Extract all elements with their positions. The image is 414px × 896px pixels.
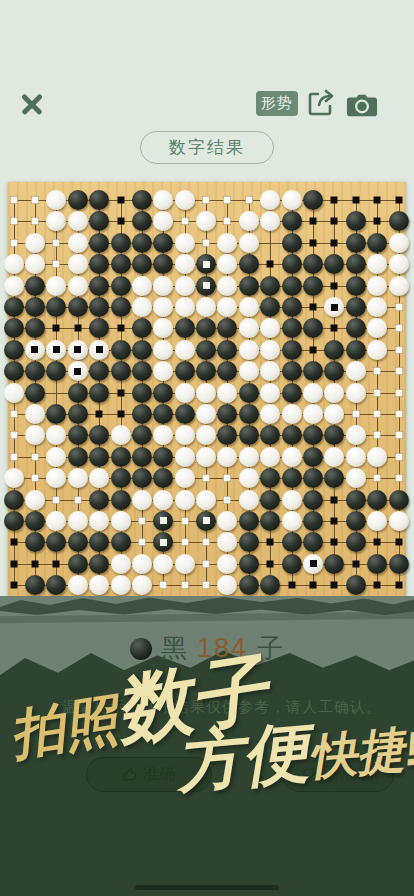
- white-stone: [260, 361, 280, 381]
- black-stone: [4, 511, 24, 531]
- white-stone: [217, 383, 237, 403]
- black-territory-marker: [10, 582, 17, 589]
- black-stone: [239, 425, 259, 445]
- black-stone: [111, 254, 131, 274]
- black-stone: [324, 554, 344, 574]
- white-stone: [89, 340, 109, 360]
- black-stone: [111, 468, 131, 488]
- white-territory-marker: [224, 475, 231, 482]
- black-stone: [324, 361, 344, 381]
- white-stone: [260, 190, 280, 210]
- white-territory-marker: [10, 239, 17, 246]
- black-stone: [132, 383, 152, 403]
- white-stone: [46, 468, 66, 488]
- black-stone: [282, 468, 302, 488]
- white-territory-marker: [395, 346, 402, 353]
- white-territory-marker: [31, 197, 38, 204]
- black-stone: [389, 554, 409, 574]
- white-territory-marker: [395, 368, 402, 375]
- black-stone: [68, 383, 88, 403]
- black-stone: [132, 318, 152, 338]
- black-stone: [111, 297, 131, 317]
- white-stone: [217, 511, 237, 531]
- white-stone: [346, 425, 366, 445]
- white-territory-marker: [224, 197, 231, 204]
- white-territory-marker: [395, 304, 402, 311]
- black-stone: [239, 532, 259, 552]
- white-stone: [346, 447, 366, 467]
- black-territory-marker: [96, 410, 103, 417]
- black-stone: [132, 211, 152, 231]
- black-stone: [68, 190, 88, 210]
- white-territory-marker: [31, 475, 38, 482]
- white-territory-marker: [203, 197, 210, 204]
- white-stone: [196, 211, 216, 231]
- white-stone: [239, 318, 259, 338]
- white-stone: [25, 254, 45, 274]
- black-territory-marker: [331, 239, 338, 246]
- white-territory-marker: [395, 475, 402, 482]
- black-stone: [153, 511, 173, 531]
- white-territory-marker: [31, 218, 38, 225]
- black-stone: [4, 490, 24, 510]
- white-stone: [239, 340, 259, 360]
- white-territory-marker: [374, 410, 381, 417]
- black-stone: [153, 447, 173, 467]
- white-stone: [153, 490, 173, 510]
- black-stone: [282, 211, 302, 231]
- white-stone: [346, 361, 366, 381]
- black-stone: [153, 468, 173, 488]
- black-stone: [239, 254, 259, 274]
- white-stone: [153, 554, 173, 574]
- black-territory-marker: [310, 346, 317, 353]
- white-stone: [175, 190, 195, 210]
- black-territory-marker: [117, 389, 124, 396]
- dead-stone-marker: [203, 261, 210, 268]
- white-stone: [217, 233, 237, 253]
- black-stone: [282, 554, 302, 574]
- camera-icon[interactable]: [346, 90, 378, 120]
- black-stone: [282, 233, 302, 253]
- situation-button[interactable]: 形势: [256, 91, 298, 116]
- white-stone: [25, 425, 45, 445]
- white-stone: [153, 318, 173, 338]
- black-stone: [367, 554, 387, 574]
- dead-stone-marker: [160, 539, 167, 546]
- black-territory-marker: [267, 560, 274, 567]
- black-stone: [132, 361, 152, 381]
- white-territory-marker: [138, 517, 145, 524]
- black-stone: [282, 532, 302, 552]
- white-territory-marker: [160, 582, 167, 589]
- white-territory-marker: [10, 432, 17, 439]
- black-territory-marker: [310, 239, 317, 246]
- white-territory-marker: [374, 475, 381, 482]
- white-stone: [389, 254, 409, 274]
- white-stone: [217, 575, 237, 595]
- black-stone: [196, 318, 216, 338]
- black-stone: [175, 404, 195, 424]
- white-stone: [175, 490, 195, 510]
- black-territory-marker: [117, 218, 124, 225]
- black-stone: [260, 425, 280, 445]
- white-stone: [324, 297, 344, 317]
- black-stone: [4, 340, 24, 360]
- black-stone: [346, 490, 366, 510]
- white-stone: [68, 575, 88, 595]
- white-stone: [239, 468, 259, 488]
- black-stone: [260, 276, 280, 296]
- white-stone: [239, 361, 259, 381]
- white-stone: [68, 211, 88, 231]
- white-stone: [175, 233, 195, 253]
- black-territory-marker: [331, 325, 338, 332]
- promo-text-fangbian: 方便: [173, 714, 311, 799]
- white-territory-marker: [374, 368, 381, 375]
- black-stone: [303, 276, 323, 296]
- screen: 形势 数字结果 黑 184 子 温馨提示：数子结果仅供参考，请人工确认。 拍照数…: [0, 0, 414, 896]
- black-stone: [196, 340, 216, 360]
- white-stone: [324, 447, 344, 467]
- white-stone: [260, 447, 280, 467]
- black-stone: [111, 447, 131, 467]
- white-stone: [303, 404, 323, 424]
- black-stone: [389, 211, 409, 231]
- white-stone: [175, 276, 195, 296]
- white-stone: [4, 468, 24, 488]
- close-icon[interactable]: [20, 92, 44, 116]
- black-stone: [25, 532, 45, 552]
- white-stone: [260, 383, 280, 403]
- white-stone: [282, 511, 302, 531]
- white-territory-marker: [181, 539, 188, 546]
- black-territory-marker: [331, 517, 338, 524]
- white-stone: [217, 254, 237, 274]
- black-stone: [346, 211, 366, 231]
- black-stone: [260, 575, 280, 595]
- black-stone: [25, 318, 45, 338]
- white-stone: [132, 575, 152, 595]
- black-territory-marker: [117, 325, 124, 332]
- black-stone: [217, 318, 237, 338]
- black-territory-marker: [31, 560, 38, 567]
- black-stone: [324, 425, 344, 445]
- black-stone: [111, 532, 131, 552]
- black-stone: [89, 383, 109, 403]
- black-stone: [239, 404, 259, 424]
- black-stone: [196, 276, 216, 296]
- white-stone: [89, 468, 109, 488]
- white-stone: [196, 447, 216, 467]
- black-stone: [111, 233, 131, 253]
- dead-stone-marker: [74, 346, 81, 353]
- black-stone: [346, 340, 366, 360]
- white-stone: [217, 276, 237, 296]
- white-stone: [4, 254, 24, 274]
- white-territory-marker: [74, 496, 81, 503]
- black-stone: [282, 383, 302, 403]
- black-stone: [25, 297, 45, 317]
- white-stone: [68, 233, 88, 253]
- black-territory-marker: [267, 261, 274, 268]
- black-stone: [346, 532, 366, 552]
- white-stone: [367, 297, 387, 317]
- white-stone: [260, 404, 280, 424]
- white-stone: [282, 404, 302, 424]
- black-territory-marker: [331, 496, 338, 503]
- white-stone: [132, 554, 152, 574]
- white-stone: [68, 511, 88, 531]
- black-stone: [25, 383, 45, 403]
- black-territory-marker: [267, 539, 274, 546]
- white-stone: [25, 404, 45, 424]
- black-stone: [239, 554, 259, 574]
- white-stone: [175, 254, 195, 274]
- white-territory-marker: [245, 197, 252, 204]
- dead-stone-marker: [31, 346, 38, 353]
- black-territory-marker: [117, 197, 124, 204]
- white-territory-marker: [10, 218, 17, 225]
- white-stone: [367, 254, 387, 274]
- black-stone: [346, 575, 366, 595]
- black-stone: [132, 190, 152, 210]
- white-territory-marker: [203, 239, 210, 246]
- white-stone: [175, 340, 195, 360]
- white-stone: [260, 211, 280, 231]
- white-stone: [367, 276, 387, 296]
- black-stone: [303, 511, 323, 531]
- black-stone: [46, 297, 66, 317]
- black-stone: [132, 404, 152, 424]
- white-territory-marker: [374, 389, 381, 396]
- black-stone: [25, 361, 45, 381]
- black-territory-marker: [10, 560, 17, 567]
- black-stone: [324, 254, 344, 274]
- white-stone: [346, 383, 366, 403]
- black-stone: [132, 425, 152, 445]
- white-stone: [46, 511, 66, 531]
- black-stone: [282, 297, 302, 317]
- white-stone: [196, 490, 216, 510]
- white-stone: [153, 340, 173, 360]
- white-stone: [239, 233, 259, 253]
- white-stone: [303, 554, 323, 574]
- black-territory-marker: [374, 218, 381, 225]
- black-territory-marker: [395, 582, 402, 589]
- black-stone: [25, 511, 45, 531]
- black-territory-marker: [331, 282, 338, 289]
- dead-stone-marker: [203, 517, 210, 524]
- white-stone: [153, 211, 173, 231]
- black-stone: [132, 233, 152, 253]
- black-territory-marker: [288, 582, 295, 589]
- white-stone: [68, 340, 88, 360]
- dead-stone-marker: [203, 282, 210, 289]
- black-stone: [260, 490, 280, 510]
- white-stone: [389, 511, 409, 531]
- black-stone: [367, 490, 387, 510]
- black-stone: [217, 340, 237, 360]
- black-territory-marker: [331, 218, 338, 225]
- black-stone: [153, 383, 173, 403]
- dead-stone-marker: [310, 560, 317, 567]
- white-stone: [25, 233, 45, 253]
- black-stone: [303, 254, 323, 274]
- white-stone: [175, 554, 195, 574]
- promo-text-kuaijie: 快捷!: [306, 721, 414, 784]
- white-territory-marker: [10, 197, 17, 204]
- white-stone: [367, 318, 387, 338]
- black-territory-marker: [331, 582, 338, 589]
- dead-stone-marker: [96, 346, 103, 353]
- white-stone: [175, 425, 195, 445]
- black-stone: [132, 468, 152, 488]
- black-stone: [4, 297, 24, 317]
- black-stone: [239, 276, 259, 296]
- white-stone: [132, 297, 152, 317]
- white-stone: [46, 211, 66, 231]
- white-stone: [132, 490, 152, 510]
- white-territory-marker: [203, 475, 210, 482]
- share-icon[interactable]: [306, 88, 338, 118]
- white-stone: [89, 511, 109, 531]
- black-stone: [346, 276, 366, 296]
- black-territory-marker: [310, 304, 317, 311]
- white-stone: [282, 190, 302, 210]
- white-territory-marker: [138, 539, 145, 546]
- black-stone: [389, 490, 409, 510]
- black-stone: [239, 383, 259, 403]
- white-stone: [367, 447, 387, 467]
- black-stone: [282, 425, 302, 445]
- black-stone: [346, 511, 366, 531]
- black-stone: [25, 276, 45, 296]
- white-territory-marker: [203, 582, 210, 589]
- black-stone: [89, 276, 109, 296]
- black-stone: [89, 190, 109, 210]
- black-stone: [68, 404, 88, 424]
- white-stone: [111, 425, 131, 445]
- white-stone: [153, 425, 173, 445]
- white-stone: [111, 554, 131, 574]
- black-stone: [25, 575, 45, 595]
- black-stone: [196, 511, 216, 531]
- white-stone: [217, 447, 237, 467]
- white-stone: [217, 554, 237, 574]
- white-stone: [46, 190, 66, 210]
- home-indicator[interactable]: [135, 885, 279, 890]
- black-stone: [68, 425, 88, 445]
- black-stone: [111, 340, 131, 360]
- white-stone: [4, 383, 24, 403]
- black-territory-marker: [310, 218, 317, 225]
- white-stone: [282, 490, 302, 510]
- black-stone: [89, 254, 109, 274]
- white-territory-marker: [181, 218, 188, 225]
- black-stone: [282, 318, 302, 338]
- white-territory-marker: [395, 325, 402, 332]
- black-stone: [303, 318, 323, 338]
- black-territory-marker: [331, 539, 338, 546]
- white-territory-marker: [395, 453, 402, 460]
- black-stone: [68, 554, 88, 574]
- white-stone: [196, 404, 216, 424]
- black-stone: [196, 254, 216, 274]
- result-mode-pill[interactable]: 数字结果: [140, 131, 274, 164]
- thumb-up-icon: [122, 767, 137, 782]
- black-territory-marker: [374, 539, 381, 546]
- black-stone: [303, 532, 323, 552]
- black-stone: [346, 318, 366, 338]
- white-stone: [68, 254, 88, 274]
- black-stone: [111, 361, 131, 381]
- black-stone: [346, 254, 366, 274]
- black-stone: [132, 254, 152, 274]
- black-stone: [89, 233, 109, 253]
- white-stone: [175, 447, 195, 467]
- white-stone: [260, 318, 280, 338]
- black-stone: [282, 361, 302, 381]
- black-stone: [175, 318, 195, 338]
- black-stone: [153, 532, 173, 552]
- black-territory-marker: [374, 197, 381, 204]
- white-territory-marker: [10, 410, 17, 417]
- black-stone: [89, 318, 109, 338]
- black-stone: [89, 554, 109, 574]
- black-stone: [303, 361, 323, 381]
- white-stone: [153, 276, 173, 296]
- white-stone: [282, 447, 302, 467]
- white-territory-marker: [53, 239, 60, 246]
- black-stone: [46, 361, 66, 381]
- black-stone: [89, 425, 109, 445]
- black-territory-marker: [53, 325, 60, 332]
- white-stone: [4, 276, 24, 296]
- white-stone: [111, 575, 131, 595]
- black-stone: [239, 511, 259, 531]
- black-stone: [4, 361, 24, 381]
- black-stone: [260, 468, 280, 488]
- black-territory-marker: [352, 560, 359, 567]
- black-stone: [46, 575, 66, 595]
- white-stone: [367, 340, 387, 360]
- black-stone: [196, 361, 216, 381]
- white-stone: [25, 490, 45, 510]
- white-stone: [111, 511, 131, 531]
- black-stone: [4, 318, 24, 338]
- black-stone: [260, 511, 280, 531]
- black-stone: [175, 361, 195, 381]
- black-stone: [282, 254, 302, 274]
- black-stone: [153, 404, 173, 424]
- white-stone: [175, 383, 195, 403]
- black-stone: [303, 468, 323, 488]
- black-stone: [217, 404, 237, 424]
- black-stone: [132, 447, 152, 467]
- white-territory-marker: [203, 560, 210, 567]
- white-territory-marker: [203, 539, 210, 546]
- white-territory-marker: [10, 453, 17, 460]
- white-stone: [46, 276, 66, 296]
- black-territory-marker: [374, 582, 381, 589]
- white-territory-marker: [224, 218, 231, 225]
- white-stone: [303, 383, 323, 403]
- black-stone: [89, 490, 109, 510]
- black-territory-marker: [331, 197, 338, 204]
- black-territory-marker: [395, 197, 402, 204]
- white-stone: [68, 468, 88, 488]
